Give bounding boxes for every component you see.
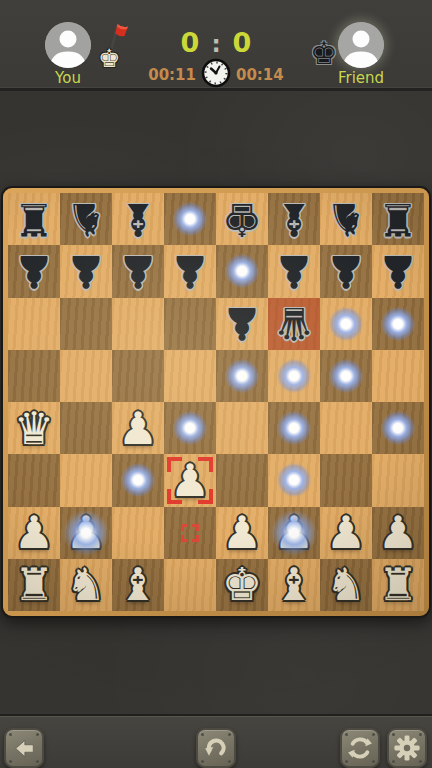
piece-white-pawn[interactable]: ♟ [14,510,54,555]
piece-white-bishop[interactable]: ♝ [274,562,314,607]
square-h4[interactable] [372,402,424,454]
square-d1[interactable] [164,559,216,611]
square-e3[interactable] [216,454,268,506]
square-b2[interactable]: ♟ [60,507,112,559]
legal-move-dot[interactable] [173,202,207,236]
square-b3[interactable] [60,454,112,506]
piece-black-pawn[interactable]: ♟ [66,249,106,294]
square-a2[interactable]: ♟ [8,507,60,559]
gear-icon [393,734,421,762]
square-f6[interactable]: ♛ [268,298,320,350]
square-h7[interactable]: ♟ [372,245,424,297]
piece-black-pawn[interactable]: ♟ [14,249,54,294]
square-b4[interactable] [60,402,112,454]
rotate-sync-icon [346,734,374,762]
piece-black-pawn[interactable]: ♟ [170,249,210,294]
square-g3[interactable] [320,454,372,506]
square-g2[interactable]: ♟ [320,507,372,559]
square-e5[interactable] [216,350,268,402]
square-a5[interactable] [8,350,60,402]
piece-white-knight[interactable]: ♞ [66,562,106,607]
square-b7[interactable]: ♟ [60,245,112,297]
avatar-friend [338,22,384,68]
square-a1[interactable]: ♜ [8,559,60,611]
square-g4[interactable] [320,402,372,454]
piece-black-bishop[interactable]: ♝ [118,197,158,242]
square-e7[interactable] [216,245,268,297]
legal-move-dot[interactable] [277,359,311,393]
square-a3[interactable] [8,454,60,506]
piece-black-pawn[interactable]: ♟ [326,249,366,294]
legal-move-dot[interactable] [225,254,259,288]
square-f1[interactable]: ♝ [268,559,320,611]
capture-move-glow[interactable] [270,509,318,557]
score-friend: 0 [233,27,252,58]
square-h6[interactable] [372,298,424,350]
square-b8[interactable]: ♞ [60,193,112,245]
legal-move-dot[interactable] [121,463,155,497]
legal-move-dot[interactable] [381,411,415,445]
clock-icon [201,58,231,92]
square-f7[interactable]: ♟ [268,245,320,297]
legal-move-dot[interactable] [173,411,207,445]
piece-black-knight[interactable]: ♞ [66,197,106,242]
player-name-friend: Friend [323,69,399,87]
legal-move-dot[interactable] [329,359,363,393]
piece-black-pawn[interactable]: ♟ [118,249,158,294]
settings-button[interactable] [387,728,427,768]
score-you: 0 [181,27,200,58]
piece-black-pawn[interactable]: ♟ [378,249,418,294]
square-c5[interactable] [112,350,164,402]
square-d4[interactable] [164,402,216,454]
piece-white-king[interactable]: ♚ [222,562,262,607]
square-d7[interactable]: ♟ [164,245,216,297]
legal-move-dot[interactable] [381,307,415,341]
square-b6[interactable] [60,298,112,350]
piece-white-bishop[interactable]: ♝ [118,562,158,607]
bottom-toolbar [0,714,432,768]
legal-move-dot[interactable] [277,463,311,497]
square-c6[interactable] [112,298,164,350]
square-f5[interactable] [268,350,320,402]
square-a7[interactable]: ♟ [8,245,60,297]
square-g7[interactable]: ♟ [320,245,372,297]
back-arrow-icon [11,735,38,762]
square-d2[interactable] [164,507,216,559]
piece-black-queen[interactable]: ♛ [274,301,314,346]
piece-white-pawn[interactable]: ♟ [222,510,262,555]
square-e4[interactable] [216,402,268,454]
square-g6[interactable] [320,298,372,350]
top-bar: You ♚ 0:0 00:11 00:14 ♚ [0,0,432,91]
square-h1[interactable]: ♜ [372,559,424,611]
back-button[interactable] [4,728,44,768]
capture-move-glow[interactable] [62,509,110,557]
piece-white-pawn[interactable]: ♟ [326,510,366,555]
piece-black-pawn[interactable]: ♟ [274,249,314,294]
last-move-from-marker [181,524,199,542]
square-c8[interactable]: ♝ [112,193,164,245]
piece-black-king[interactable]: ♚ [222,197,262,242]
square-e6[interactable]: ♟ [216,298,268,350]
square-e8[interactable]: ♚ [216,193,268,245]
square-e1[interactable]: ♚ [216,559,268,611]
person-silhouette-icon [338,22,384,68]
flip-board-button[interactable] [340,728,380,768]
square-a8[interactable]: ♜ [8,193,60,245]
square-c2[interactable] [112,507,164,559]
square-g5[interactable] [320,350,372,402]
square-c4[interactable]: ♟ [112,402,164,454]
square-d3[interactable]: ♟ [164,454,216,506]
square-c3[interactable] [112,454,164,506]
board-grid: ♜♞♝♚♝♞♜♟♟♟♟♟♟♟♟♛♛♟♟♟♟♟♟♟♟♜♞♝♚♝♞♜ [8,193,424,611]
square-b5[interactable] [60,350,112,402]
square-d8[interactable] [164,193,216,245]
square-g1[interactable]: ♞ [320,559,372,611]
square-f2[interactable]: ♟ [268,507,320,559]
square-f8[interactable]: ♝ [268,193,320,245]
piece-black-bishop[interactable]: ♝ [274,197,314,242]
square-h3[interactable] [372,454,424,506]
undo-button[interactable] [196,728,236,768]
square-h5[interactable] [372,350,424,402]
square-f3[interactable] [268,454,320,506]
square-c7[interactable]: ♟ [112,245,164,297]
piece-black-knight[interactable]: ♞ [326,197,366,242]
square-d6[interactable] [164,298,216,350]
piece-white-queen[interactable]: ♛ [14,406,54,451]
piece-white-rook[interactable]: ♜ [14,562,54,607]
square-d5[interactable] [164,350,216,402]
square-a6[interactable] [8,298,60,350]
legal-move-dot[interactable] [329,307,363,341]
piece-white-rook[interactable]: ♜ [378,562,418,607]
black-king-icon: ♚ [310,38,338,69]
piece-black-pawn[interactable]: ♟ [222,301,262,346]
piece-white-pawn[interactable]: ♟ [378,510,418,555]
timer-friend: 00:14 [236,66,284,84]
square-h2[interactable]: ♟ [372,507,424,559]
legal-move-dot[interactable] [277,411,311,445]
square-c1[interactable]: ♝ [112,559,164,611]
square-f4[interactable] [268,402,320,454]
chess-board: ♜♞♝♚♝♞♜♟♟♟♟♟♟♟♟♛♛♟♟♟♟♟♟♟♟♜♞♝♚♝♞♜ [1,186,431,618]
piece-white-pawn[interactable]: ♟ [118,406,158,451]
piece-white-knight[interactable]: ♞ [326,562,366,607]
undo-arrow-icon [202,734,230,762]
legal-move-dot[interactable] [225,359,259,393]
timer-you: 00:11 [148,66,196,84]
last-move-to-marker [167,457,213,503]
square-b1[interactable]: ♞ [60,559,112,611]
square-a4[interactable]: ♛ [8,402,60,454]
piece-black-rook[interactable]: ♜ [378,197,418,242]
square-h8[interactable]: ♜ [372,193,424,245]
piece-black-rook[interactable]: ♜ [14,197,54,242]
square-g8[interactable]: ♞ [320,193,372,245]
score-separator: : [211,31,220,57]
square-e2[interactable]: ♟ [216,507,268,559]
